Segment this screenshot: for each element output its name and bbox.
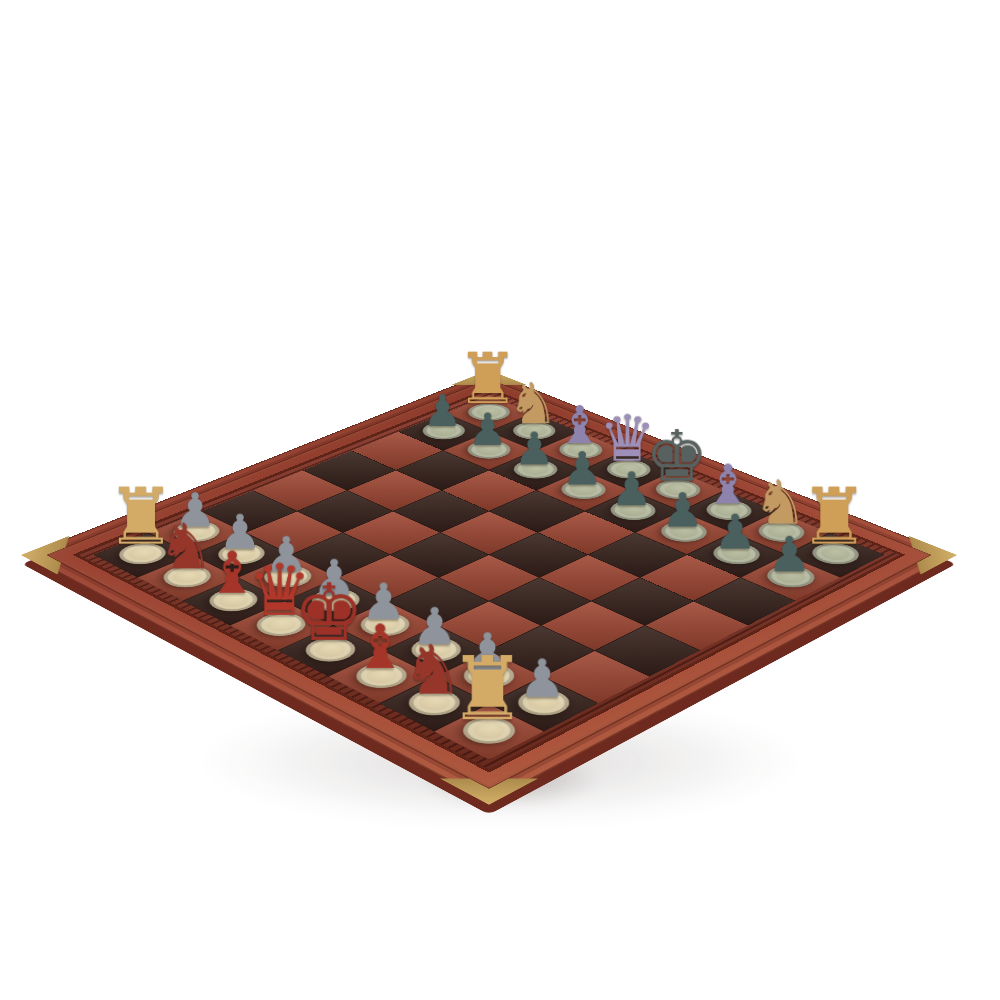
white-rook-icon: ♜ [397, 645, 577, 733]
square-d5[interactable] [441, 511, 537, 554]
black-pawn-icon: ♟ [708, 529, 871, 578]
photo-stage: ♜♞♝♛♚♝♞♜♟♟♟♟♟♟♟♟♟♟♟♟♟♟♟♟♜♞♝♛♚♝♞♜ [0, 0, 1000, 1000]
